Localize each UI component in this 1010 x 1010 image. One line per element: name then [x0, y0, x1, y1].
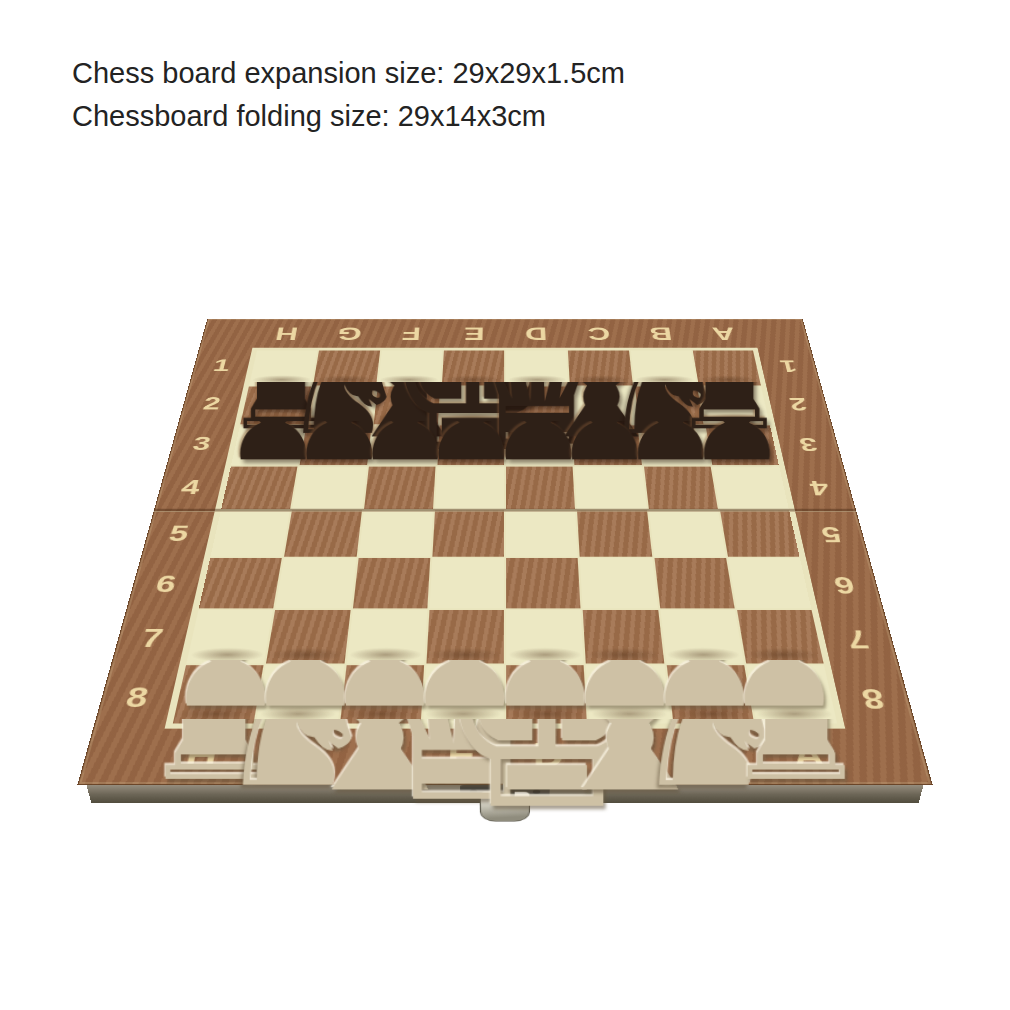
file-label: H: [152, 729, 250, 784]
file-label: G: [240, 729, 335, 784]
square: [292, 466, 366, 509]
file-label: B: [675, 729, 770, 784]
square: [437, 425, 504, 465]
square: [432, 511, 504, 557]
square: [300, 425, 371, 465]
rank-label: 3: [775, 423, 842, 465]
square: [284, 511, 361, 557]
square: [720, 511, 800, 557]
square: [506, 466, 575, 509]
file-label: E: [442, 319, 505, 347]
file-label: D: [505, 729, 593, 784]
square: [575, 466, 647, 509]
file-label: F: [328, 729, 419, 784]
square: [210, 511, 290, 557]
rank-label: 1: [758, 348, 820, 385]
square: [369, 425, 438, 465]
file-label: C: [567, 319, 632, 347]
square: [572, 425, 641, 465]
square: [644, 466, 718, 509]
file-label: F: [379, 319, 444, 347]
square: [231, 425, 305, 465]
square: [712, 466, 789, 509]
square: [506, 511, 578, 557]
file-labels-top: H G F E D C B A: [252, 319, 757, 347]
rank-label: 2: [766, 384, 831, 423]
square: ♜: [746, 665, 837, 723]
chess-board: ♜ ♞ ♝ ♚ ♛ ♝ ♞ ♜ ♟ ♟ ♟ ♟ ♟ ♟ ♟ ♟ ♟: [77, 319, 932, 785]
square: [435, 466, 504, 509]
square: [221, 466, 298, 509]
size-note-folded: Chessboard folding size: 29x14x3cm: [72, 100, 546, 133]
file-label: C: [590, 729, 681, 784]
file-label: A: [690, 319, 758, 347]
square: ♟: [699, 387, 770, 424]
file-label: G: [316, 319, 382, 347]
latch-icon: [480, 791, 531, 822]
file-label: H: [252, 319, 320, 347]
size-note-expanded: Chess board expansion size: 29x29x1.5cm: [72, 57, 625, 90]
file-label: D: [505, 319, 568, 347]
square: [577, 511, 651, 557]
rank-label: 4: [155, 465, 225, 510]
square: [705, 425, 779, 465]
board-scene: ♜ ♞ ♝ ♚ ♛ ♝ ♞ ♜ ♟ ♟ ♟ ♟ ♟ ♟ ♟ ♟ ♟: [0, 165, 1010, 855]
rank-label: 5: [795, 510, 868, 558]
file-labels-bottom: H G F E D C B A: [152, 729, 858, 784]
file-label: E: [417, 729, 505, 784]
rank-label: 3: [167, 423, 234, 465]
squares-grid: ♜ ♞ ♝ ♚ ♛ ♝ ♞ ♜ ♟ ♟ ♟ ♟ ♟ ♟ ♟ ♟ ♟: [173, 351, 837, 724]
file-label: B: [628, 319, 694, 347]
square: [639, 425, 710, 465]
rank-label: 5: [142, 510, 215, 558]
square: [506, 425, 573, 465]
rank-label: 4: [785, 465, 855, 510]
board-front-edge: [86, 784, 924, 803]
file-label: A: [760, 729, 858, 784]
square: [358, 511, 432, 557]
square: [649, 511, 726, 557]
square: [364, 466, 436, 509]
